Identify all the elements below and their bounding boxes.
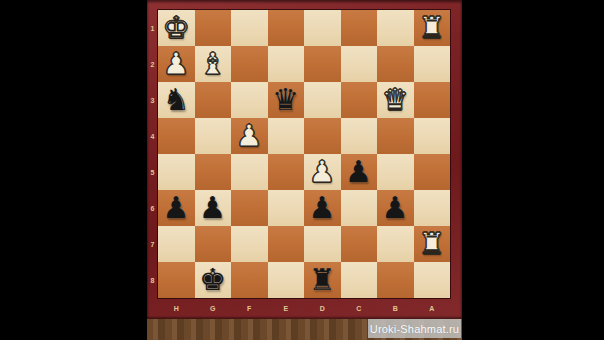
black-pawn[interactable]: ♟ [309, 190, 336, 226]
square-c3[interactable] [341, 82, 378, 118]
square-c2[interactable] [341, 46, 378, 82]
watermark: Uroki-Shahmat.ru [368, 319, 461, 338]
square-f8[interactable] [231, 262, 268, 298]
file-label: C [341, 298, 378, 318]
rank-labels: 12345678 [147, 10, 158, 298]
black-pawn[interactable]: ♟ [382, 190, 409, 226]
rank-label: 1 [147, 10, 158, 46]
square-d5[interactable]: ♟ [304, 154, 341, 190]
video-frame: 12345678 ♚♜♟♝♞♛♛♟♟♟♟♟♟♟♜♚♜ HGFEDCBA Urok… [0, 0, 604, 340]
square-a4[interactable] [414, 118, 451, 154]
square-a2[interactable] [414, 46, 451, 82]
square-d2[interactable] [304, 46, 341, 82]
file-label: F [231, 298, 268, 318]
rank-label: 4 [147, 118, 158, 154]
square-f4[interactable]: ♟ [231, 118, 268, 154]
file-label: D [304, 298, 341, 318]
white-bishop[interactable]: ♝ [199, 46, 226, 82]
square-h5[interactable] [158, 154, 195, 190]
rank-label: 6 [147, 190, 158, 226]
square-c4[interactable] [341, 118, 378, 154]
rank-label: 3 [147, 82, 158, 118]
black-king[interactable]: ♚ [199, 262, 226, 298]
white-rook[interactable]: ♜ [418, 226, 445, 262]
square-a5[interactable] [414, 154, 451, 190]
black-pawn[interactable]: ♟ [163, 190, 190, 226]
white-pawn[interactable]: ♟ [236, 118, 263, 154]
square-b3[interactable]: ♛ [377, 82, 414, 118]
square-b2[interactable] [377, 46, 414, 82]
square-f2[interactable] [231, 46, 268, 82]
file-label: G [195, 298, 232, 318]
square-c7[interactable] [341, 226, 378, 262]
square-e5[interactable] [268, 154, 305, 190]
square-e3[interactable]: ♛ [268, 82, 305, 118]
square-g1[interactable] [195, 10, 232, 46]
square-g3[interactable] [195, 82, 232, 118]
square-g4[interactable] [195, 118, 232, 154]
square-a6[interactable] [414, 190, 451, 226]
square-f5[interactable] [231, 154, 268, 190]
black-pawn[interactable]: ♟ [199, 190, 226, 226]
file-label: A [414, 298, 451, 318]
square-d7[interactable] [304, 226, 341, 262]
square-d1[interactable] [304, 10, 341, 46]
black-pawn[interactable]: ♟ [345, 154, 372, 190]
white-king[interactable]: ♚ [163, 10, 190, 46]
file-label: E [268, 298, 305, 318]
square-h7[interactable] [158, 226, 195, 262]
square-e1[interactable] [268, 10, 305, 46]
white-pawn[interactable]: ♟ [309, 154, 336, 190]
file-label: B [377, 298, 414, 318]
square-g8[interactable]: ♚ [195, 262, 232, 298]
square-b7[interactable] [377, 226, 414, 262]
rank-label: 2 [147, 46, 158, 82]
square-h3[interactable]: ♞ [158, 82, 195, 118]
square-g2[interactable]: ♝ [195, 46, 232, 82]
square-g6[interactable]: ♟ [195, 190, 232, 226]
square-a3[interactable] [414, 82, 451, 118]
square-e8[interactable] [268, 262, 305, 298]
square-a1[interactable]: ♜ [414, 10, 451, 46]
rank-label: 7 [147, 226, 158, 262]
file-labels: HGFEDCBA [158, 298, 450, 318]
black-rook[interactable]: ♜ [309, 262, 336, 298]
square-c1[interactable] [341, 10, 378, 46]
square-e7[interactable] [268, 226, 305, 262]
black-queen[interactable]: ♛ [272, 82, 299, 118]
square-d4[interactable] [304, 118, 341, 154]
square-g7[interactable] [195, 226, 232, 262]
square-a7[interactable]: ♜ [414, 226, 451, 262]
white-pawn[interactable]: ♟ [163, 46, 190, 82]
square-d6[interactable]: ♟ [304, 190, 341, 226]
white-rook[interactable]: ♜ [418, 10, 445, 46]
square-h8[interactable] [158, 262, 195, 298]
rank-label: 8 [147, 262, 158, 298]
square-f7[interactable] [231, 226, 268, 262]
square-b4[interactable] [377, 118, 414, 154]
square-c8[interactable] [341, 262, 378, 298]
square-b5[interactable] [377, 154, 414, 190]
square-h2[interactable]: ♟ [158, 46, 195, 82]
square-c6[interactable] [341, 190, 378, 226]
square-d8[interactable]: ♜ [304, 262, 341, 298]
white-queen[interactable]: ♛ [382, 82, 409, 118]
square-d3[interactable] [304, 82, 341, 118]
square-e6[interactable] [268, 190, 305, 226]
square-h4[interactable] [158, 118, 195, 154]
square-e2[interactable] [268, 46, 305, 82]
square-g5[interactable] [195, 154, 232, 190]
square-h6[interactable]: ♟ [158, 190, 195, 226]
rank-label: 5 [147, 154, 158, 190]
square-f1[interactable] [231, 10, 268, 46]
square-b1[interactable] [377, 10, 414, 46]
square-b6[interactable]: ♟ [377, 190, 414, 226]
square-f6[interactable] [231, 190, 268, 226]
square-a8[interactable] [414, 262, 451, 298]
square-b8[interactable] [377, 262, 414, 298]
square-e4[interactable] [268, 118, 305, 154]
square-c5[interactable]: ♟ [341, 154, 378, 190]
file-label: H [158, 298, 195, 318]
board-grid[interactable]: ♚♜♟♝♞♛♛♟♟♟♟♟♟♟♜♚♜ [158, 10, 450, 298]
square-f3[interactable] [231, 82, 268, 118]
square-h1[interactable]: ♚ [158, 10, 195, 46]
black-knight[interactable]: ♞ [163, 82, 190, 118]
